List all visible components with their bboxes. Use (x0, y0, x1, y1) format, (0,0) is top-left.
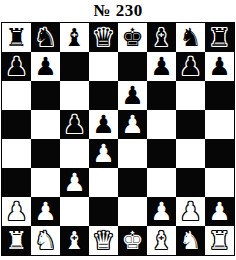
square-d3[interactable] (89, 168, 118, 197)
piece-black-knight: ♞︎ (34, 25, 56, 50)
square-b5[interactable] (31, 110, 60, 139)
square-e3[interactable] (118, 168, 147, 197)
square-d2[interactable] (89, 197, 118, 226)
square-f6[interactable] (147, 81, 176, 110)
square-f5[interactable] (147, 110, 176, 139)
piece-black-bishop: ♝︎ (63, 25, 85, 50)
square-f1[interactable]: ♝︎ (147, 226, 176, 255)
square-d1[interactable]: ♛︎ (89, 226, 118, 255)
square-a8[interactable]: ♜︎ (2, 23, 31, 52)
square-f8[interactable]: ♝︎ (147, 23, 176, 52)
piece-white-pawn: ♟︎ (179, 199, 201, 224)
piece-black-king: ♚︎ (121, 25, 143, 50)
piece-black-pawn: ♟︎ (150, 54, 172, 79)
piece-black-pawn: ♟︎ (34, 54, 56, 79)
square-d4[interactable]: ♟︎ (89, 139, 118, 168)
piece-black-pawn: ♟︎ (63, 112, 85, 137)
square-b2[interactable]: ♟︎ (31, 197, 60, 226)
square-g3[interactable] (176, 168, 205, 197)
square-b1[interactable]: ♞︎ (31, 226, 60, 255)
square-h2[interactable]: ♟︎ (205, 197, 234, 226)
square-f4[interactable] (147, 139, 176, 168)
piece-black-pawn: ♟︎ (179, 54, 201, 79)
chess-board: ♜︎♞︎♝︎♛︎♚︎♝︎♞︎♜︎♟︎♟︎♟︎♟︎♟︎♟︎♟︎♟︎♟︎♟︎♟︎♟︎… (1, 22, 235, 256)
square-d5[interactable]: ♟︎ (89, 110, 118, 139)
square-b7[interactable]: ♟︎ (31, 52, 60, 81)
piece-white-king: ♚︎ (121, 228, 143, 253)
piece-white-pawn: ♟︎ (5, 199, 27, 224)
piece-black-pawn: ♟︎ (121, 83, 143, 108)
square-a7[interactable]: ♟︎ (2, 52, 31, 81)
square-h6[interactable] (205, 81, 234, 110)
piece-white-rook: ♜︎ (208, 228, 230, 253)
square-g5[interactable] (176, 110, 205, 139)
square-a1[interactable]: ♜︎ (2, 226, 31, 255)
piece-black-pawn: ♟︎ (92, 112, 114, 137)
piece-black-rook: ♜︎ (5, 25, 27, 50)
diagram-number: № 230 (0, 0, 236, 22)
piece-white-pawn: ♟︎ (121, 112, 143, 137)
square-d8[interactable]: ♛︎ (89, 23, 118, 52)
square-c3[interactable]: ♟︎ (60, 168, 89, 197)
piece-white-bishop: ♝︎ (150, 228, 172, 253)
square-b4[interactable] (31, 139, 60, 168)
square-a3[interactable] (2, 168, 31, 197)
square-g2[interactable]: ♟︎ (176, 197, 205, 226)
square-h7[interactable]: ♟︎ (205, 52, 234, 81)
piece-black-pawn: ♟︎ (5, 54, 27, 79)
square-e2[interactable] (118, 197, 147, 226)
square-h4[interactable] (205, 139, 234, 168)
square-h3[interactable] (205, 168, 234, 197)
square-a4[interactable] (2, 139, 31, 168)
piece-white-knight: ♞︎ (34, 228, 56, 253)
piece-white-bishop: ♝︎ (63, 228, 85, 253)
square-a2[interactable]: ♟︎ (2, 197, 31, 226)
square-b8[interactable]: ♞︎ (31, 23, 60, 52)
square-c5[interactable]: ♟︎ (60, 110, 89, 139)
square-c6[interactable] (60, 81, 89, 110)
square-e5[interactable]: ♟︎ (118, 110, 147, 139)
square-e4[interactable] (118, 139, 147, 168)
square-h8[interactable]: ♜︎ (205, 23, 234, 52)
square-h5[interactable] (205, 110, 234, 139)
square-g6[interactable] (176, 81, 205, 110)
diagram-page: № 230 ♜︎♞︎♝︎♛︎♚︎♝︎♞︎♜︎♟︎♟︎♟︎♟︎♟︎♟︎♟︎♟︎♟︎… (0, 0, 236, 260)
square-h1[interactable]: ♜︎ (205, 226, 234, 255)
piece-black-bishop: ♝︎ (150, 25, 172, 50)
piece-white-knight: ♞︎ (179, 228, 201, 253)
square-d6[interactable] (89, 81, 118, 110)
square-f7[interactable]: ♟︎ (147, 52, 176, 81)
square-e1[interactable]: ♚︎ (118, 226, 147, 255)
piece-white-pawn: ♟︎ (208, 199, 230, 224)
piece-white-pawn: ♟︎ (34, 199, 56, 224)
square-g7[interactable]: ♟︎ (176, 52, 205, 81)
piece-black-knight: ♞︎ (179, 25, 201, 50)
square-e8[interactable]: ♚︎ (118, 23, 147, 52)
square-e7[interactable] (118, 52, 147, 81)
piece-white-pawn: ♟︎ (63, 170, 85, 195)
square-b6[interactable] (31, 81, 60, 110)
piece-black-queen: ♛︎ (92, 25, 114, 50)
square-g8[interactable]: ♞︎ (176, 23, 205, 52)
square-a5[interactable] (2, 110, 31, 139)
square-c4[interactable] (60, 139, 89, 168)
square-b3[interactable] (31, 168, 60, 197)
square-c1[interactable]: ♝︎ (60, 226, 89, 255)
square-f2[interactable]: ♟︎ (147, 197, 176, 226)
square-c8[interactable]: ♝︎ (60, 23, 89, 52)
piece-white-pawn: ♟︎ (92, 141, 114, 166)
square-c2[interactable] (60, 197, 89, 226)
piece-black-pawn: ♟︎ (208, 54, 230, 79)
square-e6[interactable]: ♟︎ (118, 81, 147, 110)
square-f3[interactable] (147, 168, 176, 197)
piece-white-pawn: ♟︎ (150, 199, 172, 224)
square-a6[interactable] (2, 81, 31, 110)
square-g1[interactable]: ♞︎ (176, 226, 205, 255)
piece-white-rook: ♜︎ (5, 228, 27, 253)
square-g4[interactable] (176, 139, 205, 168)
piece-black-rook: ♜︎ (208, 25, 230, 50)
piece-white-queen: ♛︎ (92, 228, 114, 253)
square-c7[interactable] (60, 52, 89, 81)
square-d7[interactable] (89, 52, 118, 81)
